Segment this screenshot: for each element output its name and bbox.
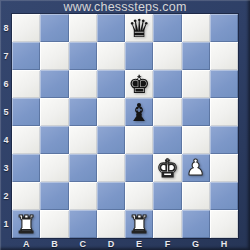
square-e2[interactable] <box>125 182 153 210</box>
square-c1[interactable] <box>69 210 97 238</box>
square-b3[interactable] <box>40 154 68 182</box>
rank-label-1: 1 <box>0 210 12 238</box>
square-c2[interactable] <box>69 182 97 210</box>
square-d3[interactable] <box>97 154 125 182</box>
square-d1[interactable] <box>97 210 125 238</box>
rank-label-2: 2 <box>0 182 12 210</box>
square-a5[interactable] <box>12 98 40 126</box>
square-h2[interactable] <box>210 182 238 210</box>
square-e6[interactable]: ♚ <box>125 70 153 98</box>
square-b1[interactable] <box>40 210 68 238</box>
rank-label-4: 4 <box>0 126 12 154</box>
square-a6[interactable] <box>12 70 40 98</box>
square-d6[interactable] <box>97 70 125 98</box>
square-b5[interactable] <box>40 98 68 126</box>
white-rook: ♜ <box>128 212 150 237</box>
rank-labels: 87654321 <box>0 14 12 238</box>
white-king: ♚ <box>156 156 178 181</box>
black-king: ♚ <box>128 72 150 97</box>
square-c8[interactable] <box>69 14 97 42</box>
square-h6[interactable] <box>210 70 238 98</box>
square-d8[interactable] <box>97 14 125 42</box>
square-f1[interactable] <box>153 210 181 238</box>
square-b6[interactable] <box>40 70 68 98</box>
file-label-b: B <box>40 238 68 250</box>
square-f7[interactable] <box>153 42 181 70</box>
file-labels: ABCDEFGH <box>12 238 238 250</box>
square-c6[interactable] <box>69 70 97 98</box>
square-e7[interactable] <box>125 42 153 70</box>
square-d2[interactable] <box>97 182 125 210</box>
site-watermark: www.chesssteps.com <box>0 0 250 14</box>
square-f6[interactable] <box>153 70 181 98</box>
file-label-h: H <box>210 238 238 250</box>
square-a3[interactable] <box>12 154 40 182</box>
square-f3[interactable]: ♚ <box>153 154 181 182</box>
square-h8[interactable] <box>210 14 238 42</box>
square-h5[interactable] <box>210 98 238 126</box>
file-label-g: G <box>182 238 210 250</box>
square-f5[interactable] <box>153 98 181 126</box>
square-b7[interactable] <box>40 42 68 70</box>
square-e5[interactable]: ♝ <box>125 98 153 126</box>
square-c5[interactable] <box>69 98 97 126</box>
square-b2[interactable] <box>40 182 68 210</box>
rank-label-7: 7 <box>0 42 12 70</box>
square-e4[interactable] <box>125 126 153 154</box>
square-h1[interactable] <box>210 210 238 238</box>
square-e3[interactable] <box>125 154 153 182</box>
square-g4[interactable] <box>182 126 210 154</box>
square-g6[interactable] <box>182 70 210 98</box>
square-f2[interactable] <box>153 182 181 210</box>
white-pawn: ♟ <box>186 157 206 179</box>
chess-diagram: www.chesssteps.com 87654321 ♛♚♝♚♟♜♜ ABCD… <box>0 0 250 250</box>
square-e8[interactable]: ♛ <box>125 14 153 42</box>
square-h7[interactable] <box>210 42 238 70</box>
square-e1[interactable]: ♜ <box>125 210 153 238</box>
square-a1[interactable]: ♜ <box>12 210 40 238</box>
square-a8[interactable] <box>12 14 40 42</box>
rank-label-6: 6 <box>0 70 12 98</box>
square-d4[interactable] <box>97 126 125 154</box>
rank-label-5: 5 <box>0 98 12 126</box>
file-label-c: C <box>69 238 97 250</box>
square-a2[interactable] <box>12 182 40 210</box>
square-c4[interactable] <box>69 126 97 154</box>
rank-label-3: 3 <box>0 154 12 182</box>
file-label-f: F <box>153 238 181 250</box>
square-a7[interactable] <box>12 42 40 70</box>
square-g8[interactable] <box>182 14 210 42</box>
square-b4[interactable] <box>40 126 68 154</box>
square-b8[interactable] <box>40 14 68 42</box>
black-queen: ♛ <box>128 16 150 41</box>
square-d5[interactable] <box>97 98 125 126</box>
square-g5[interactable] <box>182 98 210 126</box>
square-g3[interactable]: ♟ <box>182 154 210 182</box>
file-label-a: A <box>12 238 40 250</box>
square-g1[interactable] <box>182 210 210 238</box>
black-bishop: ♝ <box>128 100 150 125</box>
square-d7[interactable] <box>97 42 125 70</box>
square-h4[interactable] <box>210 126 238 154</box>
square-f8[interactable] <box>153 14 181 42</box>
file-label-d: D <box>97 238 125 250</box>
square-g7[interactable] <box>182 42 210 70</box>
square-h3[interactable] <box>210 154 238 182</box>
square-f4[interactable] <box>153 126 181 154</box>
white-rook: ♜ <box>15 212 37 237</box>
chess-board[interactable]: ♛♚♝♚♟♜♜ <box>12 14 238 238</box>
square-a4[interactable] <box>12 126 40 154</box>
square-g2[interactable] <box>182 182 210 210</box>
rank-label-8: 8 <box>0 14 12 42</box>
file-label-e: E <box>125 238 153 250</box>
square-c3[interactable] <box>69 154 97 182</box>
square-c7[interactable] <box>69 42 97 70</box>
